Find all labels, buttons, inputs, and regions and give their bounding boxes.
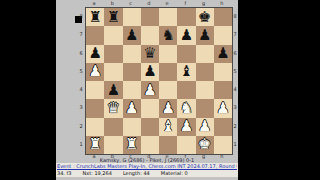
board-square-c8 bbox=[123, 8, 141, 26]
black-pawn-g7: ♟ bbox=[198, 27, 211, 42]
board-square-f4 bbox=[177, 81, 195, 99]
board-square-e1 bbox=[159, 136, 177, 154]
board-square-c6 bbox=[123, 45, 141, 63]
black-pawn-c7: ♟ bbox=[125, 27, 138, 42]
board-square-b7 bbox=[104, 26, 122, 44]
board-square-b4: ♟ bbox=[104, 81, 122, 99]
board-square-g3 bbox=[196, 99, 214, 117]
board-square-c1: ♜ bbox=[123, 136, 141, 154]
status-next: Nxt: 19,264 bbox=[82, 170, 111, 177]
file-label-g: g bbox=[195, 0, 213, 6]
board-square-d2 bbox=[141, 118, 159, 136]
board-square-c7: ♟ bbox=[123, 26, 141, 44]
status-line: 34. f3 Nxt: 19,264 Length: 44 Material: … bbox=[57, 170, 237, 177]
board-square-a8: ♜ bbox=[86, 8, 104, 26]
white-pawn-a5: ♟ bbox=[88, 64, 101, 79]
white-pawn-h3: ♟ bbox=[216, 100, 229, 115]
board-square-g2: ♟ bbox=[196, 118, 214, 136]
rank-label-3: 3 bbox=[78, 98, 84, 116]
board-square-b5 bbox=[104, 63, 122, 81]
board-square-d3 bbox=[141, 99, 159, 117]
rank-label-1: 1 bbox=[78, 135, 84, 153]
white-rook-c1: ♜ bbox=[125, 137, 138, 152]
board-square-a1: ♜ bbox=[86, 136, 104, 154]
black-pawn-b4: ♟ bbox=[107, 82, 120, 97]
black-bishop-f5: ♝ bbox=[180, 64, 193, 79]
rank-label-2: 2 bbox=[78, 117, 84, 135]
event-link: Event : CrunchLabs Masters Play-In, Ches… bbox=[57, 163, 237, 170]
black-pawn-f7: ♟ bbox=[180, 27, 193, 42]
board-square-g4 bbox=[196, 81, 214, 99]
board-square-d8 bbox=[141, 8, 159, 26]
black-pawn-d5: ♟ bbox=[143, 64, 156, 79]
board-square-b2 bbox=[104, 118, 122, 136]
file-label-e: e bbox=[158, 0, 176, 6]
board-square-h2 bbox=[214, 118, 232, 136]
board-square-c2 bbox=[123, 118, 141, 136]
board-square-e6 bbox=[159, 45, 177, 63]
board-square-h5 bbox=[214, 63, 232, 81]
rank-label-7: 7 bbox=[78, 25, 84, 43]
board-square-g8: ♚ bbox=[196, 8, 214, 26]
rank-labels-left: 87654321 bbox=[78, 7, 84, 153]
white-pawn-f2: ♟ bbox=[180, 119, 193, 134]
board-square-e3: ♟ bbox=[159, 99, 177, 117]
board-square-d7 bbox=[141, 26, 159, 44]
white-rook-a1: ♜ bbox=[88, 137, 101, 152]
white-pawn-d4: ♟ bbox=[143, 82, 156, 97]
video-letterbox: abcdefgh 87654321 87654321 abcdefgh ♜♜♚♟… bbox=[0, 0, 320, 180]
rank-label-4: 4 bbox=[78, 80, 84, 98]
black-queen-d6: ♛ bbox=[143, 46, 156, 61]
board-square-a5: ♟ bbox=[86, 63, 104, 81]
file-label-h: h bbox=[213, 0, 231, 6]
black-rook-a8: ♜ bbox=[88, 9, 101, 24]
board-square-e7: ♞ bbox=[159, 26, 177, 44]
board-square-h6: ♟ bbox=[214, 45, 232, 63]
board-square-f3: ♞ bbox=[177, 99, 195, 117]
board-square-a3 bbox=[86, 99, 104, 117]
status-material: Material: 0 bbox=[161, 170, 188, 177]
chess-gif-content: abcdefgh 87654321 87654321 abcdefgh ♜♜♚♟… bbox=[56, 0, 238, 180]
board-square-h4 bbox=[214, 81, 232, 99]
white-pawn-c3: ♟ bbox=[125, 100, 138, 115]
black-knight-e7: ♞ bbox=[161, 27, 174, 42]
board-square-e5 bbox=[159, 63, 177, 81]
board-square-b6 bbox=[104, 45, 122, 63]
board-square-d1 bbox=[141, 136, 159, 154]
board-square-h7 bbox=[214, 26, 232, 44]
status-move: 34. f3 bbox=[57, 170, 71, 177]
board-square-g5 bbox=[196, 63, 214, 81]
rank-label-6: 6 bbox=[78, 44, 84, 62]
board-square-h1 bbox=[214, 136, 232, 154]
board-square-g6 bbox=[196, 45, 214, 63]
file-label-f: f bbox=[176, 0, 194, 6]
board-square-g7: ♟ bbox=[196, 26, 214, 44]
file-label-a: a bbox=[85, 0, 103, 6]
rank-label-5: 5 bbox=[78, 62, 84, 80]
white-knight-f3: ♞ bbox=[180, 100, 193, 115]
black-pawn-a6: ♟ bbox=[88, 46, 101, 61]
status-length: Length: 44 bbox=[123, 170, 150, 177]
board-square-e4 bbox=[159, 81, 177, 99]
board-square-b3: ♛ bbox=[104, 99, 122, 117]
board-square-a6: ♟ bbox=[86, 45, 104, 63]
board-square-c3: ♟ bbox=[123, 99, 141, 117]
board-square-d5: ♟ bbox=[141, 63, 159, 81]
board-square-h8 bbox=[214, 8, 232, 26]
board-square-a7 bbox=[86, 26, 104, 44]
board-square-f2: ♟ bbox=[177, 118, 195, 136]
board-square-f5: ♝ bbox=[177, 63, 195, 81]
board-square-g1: ♚ bbox=[196, 136, 214, 154]
board-square-f7: ♟ bbox=[177, 26, 195, 44]
board-square-h3: ♟ bbox=[214, 99, 232, 117]
chess-board: ♜♜♚♟♞♟♟♟♛♟♟♟♝♟♟♛♟♟♞♟♝♟♟♜♜♚ bbox=[85, 7, 233, 155]
black-rook-b8: ♜ bbox=[107, 9, 120, 24]
board-square-f8 bbox=[177, 8, 195, 26]
board-square-c5 bbox=[123, 63, 141, 81]
board-square-a4 bbox=[86, 81, 104, 99]
board-square-f6 bbox=[177, 45, 195, 63]
board-square-d6: ♛ bbox=[141, 45, 159, 63]
board-square-a2 bbox=[86, 118, 104, 136]
footer-strip: Event : CrunchLabs Masters Play-In, Ches… bbox=[56, 163, 238, 177]
file-labels-top: abcdefgh bbox=[85, 0, 231, 6]
file-label-d: d bbox=[140, 0, 158, 6]
black-pawn-h6: ♟ bbox=[216, 46, 229, 61]
board-square-e8 bbox=[159, 8, 177, 26]
board-square-c4 bbox=[123, 81, 141, 99]
white-bishop-e2: ♝ bbox=[161, 119, 174, 134]
board-square-f1 bbox=[177, 136, 195, 154]
board-square-b1 bbox=[104, 136, 122, 154]
black-king-g8: ♚ bbox=[198, 9, 211, 24]
white-pawn-g2: ♟ bbox=[198, 119, 211, 134]
board-square-b8: ♜ bbox=[104, 8, 122, 26]
board-square-e2: ♝ bbox=[159, 118, 177, 136]
file-label-c: c bbox=[122, 0, 140, 6]
file-label-b: b bbox=[103, 0, 121, 6]
board-square-d4: ♟ bbox=[141, 81, 159, 99]
white-king-g1: ♚ bbox=[198, 137, 211, 152]
white-pawn-e3: ♟ bbox=[161, 100, 174, 115]
white-queen-b3: ♛ bbox=[107, 100, 120, 115]
rank-label-8: 8 bbox=[78, 7, 84, 25]
